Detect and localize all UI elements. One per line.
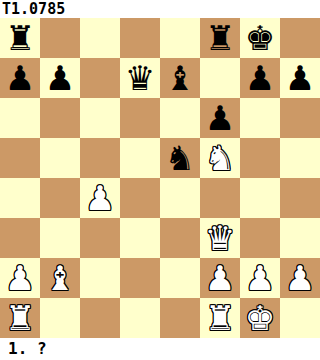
square-a1[interactable]: ♜ bbox=[0, 298, 40, 338]
square-h2[interactable]: ♟ bbox=[280, 258, 320, 298]
white-rook[interactable]: ♜ bbox=[5, 298, 35, 338]
square-b2[interactable]: ♝ bbox=[40, 258, 80, 298]
white-knight[interactable]: ♞ bbox=[205, 138, 235, 178]
square-a2[interactable]: ♟ bbox=[0, 258, 40, 298]
square-g7[interactable]: ♟ bbox=[240, 58, 280, 98]
square-d4[interactable] bbox=[120, 178, 160, 218]
square-e7[interactable]: ♝ bbox=[160, 58, 200, 98]
white-king[interactable]: ♚ bbox=[245, 298, 275, 338]
white-pawn[interactable]: ♟ bbox=[85, 178, 115, 218]
tactics-trainer-window: T1.0785 ♜♜♚♟♟♛♝♟♟♟♞♞♟♛♟♝♟♟♟♜♜♚ 1. ? bbox=[0, 0, 320, 360]
square-b6[interactable] bbox=[40, 98, 80, 138]
square-f8[interactable]: ♜ bbox=[200, 18, 240, 58]
square-f4[interactable] bbox=[200, 178, 240, 218]
square-c5[interactable] bbox=[80, 138, 120, 178]
square-c2[interactable] bbox=[80, 258, 120, 298]
black-pawn[interactable]: ♟ bbox=[45, 58, 75, 98]
square-a4[interactable] bbox=[0, 178, 40, 218]
square-a3[interactable] bbox=[0, 218, 40, 258]
square-c3[interactable] bbox=[80, 218, 120, 258]
square-b1[interactable] bbox=[40, 298, 80, 338]
square-h4[interactable] bbox=[280, 178, 320, 218]
square-h5[interactable] bbox=[280, 138, 320, 178]
square-h6[interactable] bbox=[280, 98, 320, 138]
square-e1[interactable] bbox=[160, 298, 200, 338]
square-h1[interactable] bbox=[280, 298, 320, 338]
square-g3[interactable] bbox=[240, 218, 280, 258]
square-f5[interactable]: ♞ bbox=[200, 138, 240, 178]
square-d3[interactable] bbox=[120, 218, 160, 258]
square-c7[interactable] bbox=[80, 58, 120, 98]
white-pawn[interactable]: ♟ bbox=[5, 258, 35, 298]
white-pawn[interactable]: ♟ bbox=[205, 258, 235, 298]
square-g4[interactable] bbox=[240, 178, 280, 218]
square-a8[interactable]: ♜ bbox=[0, 18, 40, 58]
square-b3[interactable] bbox=[40, 218, 80, 258]
square-d2[interactable] bbox=[120, 258, 160, 298]
square-b4[interactable] bbox=[40, 178, 80, 218]
square-a5[interactable] bbox=[0, 138, 40, 178]
square-a7[interactable]: ♟ bbox=[0, 58, 40, 98]
black-knight[interactable]: ♞ bbox=[165, 138, 195, 178]
white-pawn[interactable]: ♟ bbox=[285, 258, 315, 298]
square-d7[interactable]: ♛ bbox=[120, 58, 160, 98]
square-e8[interactable] bbox=[160, 18, 200, 58]
square-b5[interactable] bbox=[40, 138, 80, 178]
square-c1[interactable] bbox=[80, 298, 120, 338]
square-f7[interactable] bbox=[200, 58, 240, 98]
square-g1[interactable]: ♚ bbox=[240, 298, 280, 338]
square-g6[interactable] bbox=[240, 98, 280, 138]
white-bishop[interactable]: ♝ bbox=[45, 258, 75, 298]
square-d6[interactable] bbox=[120, 98, 160, 138]
square-c8[interactable] bbox=[80, 18, 120, 58]
black-queen[interactable]: ♛ bbox=[125, 58, 155, 98]
white-queen[interactable]: ♛ bbox=[205, 218, 235, 258]
square-e6[interactable] bbox=[160, 98, 200, 138]
square-d1[interactable] bbox=[120, 298, 160, 338]
square-f2[interactable]: ♟ bbox=[200, 258, 240, 298]
square-h8[interactable] bbox=[280, 18, 320, 58]
square-g8[interactable]: ♚ bbox=[240, 18, 280, 58]
white-rook[interactable]: ♜ bbox=[205, 298, 235, 338]
square-g5[interactable] bbox=[240, 138, 280, 178]
square-d5[interactable] bbox=[120, 138, 160, 178]
square-f6[interactable]: ♟ bbox=[200, 98, 240, 138]
square-g2[interactable]: ♟ bbox=[240, 258, 280, 298]
square-c6[interactable] bbox=[80, 98, 120, 138]
square-e3[interactable] bbox=[160, 218, 200, 258]
square-e5[interactable]: ♞ bbox=[160, 138, 200, 178]
chess-board: ♜♜♚♟♟♛♝♟♟♟♞♞♟♛♟♝♟♟♟♜♜♚ bbox=[0, 18, 320, 338]
square-a6[interactable] bbox=[0, 98, 40, 138]
square-c4[interactable]: ♟ bbox=[80, 178, 120, 218]
square-e4[interactable] bbox=[160, 178, 200, 218]
puzzle-id: T1.0785 bbox=[0, 0, 320, 18]
black-pawn[interactable]: ♟ bbox=[5, 58, 35, 98]
square-e2[interactable] bbox=[160, 258, 200, 298]
square-d8[interactable] bbox=[120, 18, 160, 58]
square-f1[interactable]: ♜ bbox=[200, 298, 240, 338]
black-rook[interactable]: ♜ bbox=[5, 18, 35, 58]
black-pawn[interactable]: ♟ bbox=[205, 98, 235, 138]
black-king[interactable]: ♚ bbox=[245, 18, 275, 58]
white-pawn[interactable]: ♟ bbox=[245, 258, 275, 298]
black-bishop[interactable]: ♝ bbox=[165, 58, 195, 98]
move-prompt: 1. ? bbox=[0, 338, 320, 360]
black-pawn[interactable]: ♟ bbox=[285, 58, 315, 98]
black-pawn[interactable]: ♟ bbox=[245, 58, 275, 98]
square-b7[interactable]: ♟ bbox=[40, 58, 80, 98]
square-f3[interactable]: ♛ bbox=[200, 218, 240, 258]
square-h3[interactable] bbox=[280, 218, 320, 258]
square-b8[interactable] bbox=[40, 18, 80, 58]
square-h7[interactable]: ♟ bbox=[280, 58, 320, 98]
black-rook[interactable]: ♜ bbox=[205, 18, 235, 58]
